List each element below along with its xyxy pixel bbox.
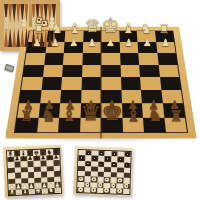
metal-clasp bbox=[4, 64, 14, 72]
backgammon-checker bbox=[5, 17, 9, 21]
point bbox=[8, 4, 12, 23]
square-h7 bbox=[156, 42, 176, 53]
point bbox=[36, 28, 40, 47]
square-h3 bbox=[161, 90, 183, 103]
point bbox=[52, 28, 56, 47]
product-photo: ♜♞♝♛♚♝♞♜♟♟♟♟♟♟♟♟♟♟♟♟♟♟♟♟♜♞♝♛♚♝♞♜ ♜♞♝♛♚♝♞… bbox=[0, 0, 200, 200]
point bbox=[16, 28, 20, 47]
square-g8 bbox=[137, 31, 156, 42]
square-e7 bbox=[101, 42, 120, 53]
square-g4 bbox=[140, 77, 161, 90]
square-e2 bbox=[101, 103, 122, 117]
point bbox=[12, 28, 16, 47]
square-h6 bbox=[157, 53, 177, 65]
square-f2 bbox=[121, 103, 142, 117]
point bbox=[4, 28, 8, 47]
square-c2 bbox=[59, 103, 80, 117]
backgammon-checker bbox=[33, 25, 37, 29]
square-e5 bbox=[101, 65, 121, 77]
mini-square bbox=[123, 188, 130, 193]
thumbnail-checkers-set bbox=[73, 146, 135, 197]
thumbnail-chess-set: ♜♞♝♛♚♝♞♜♟♟♟♟♟♟♟♟♟♟♟♟♟♟♟♟♜♞♝♛♚♝♞♜ bbox=[3, 145, 65, 199]
square-a6 bbox=[25, 53, 45, 65]
square-a4 bbox=[21, 77, 42, 90]
square-h2 bbox=[162, 103, 184, 117]
square-g6 bbox=[138, 53, 158, 65]
checker-stack bbox=[5, 17, 9, 29]
mini-chess-grid: ♜♞♝♛♚♝♞♜♟♟♟♟♟♟♟♟♟♟♟♟♟♟♟♟♜♞♝♛♚♝♞♜ bbox=[6, 148, 62, 196]
square-d2 bbox=[80, 103, 101, 117]
checker-stack bbox=[22, 19, 26, 27]
fold-seam bbox=[100, 27, 102, 139]
square-g2 bbox=[142, 103, 164, 117]
mini-square: ♜ bbox=[54, 187, 61, 193]
checker-stack bbox=[50, 17, 54, 29]
square-c8 bbox=[65, 31, 84, 42]
square-f7 bbox=[119, 42, 138, 53]
square-g1 bbox=[143, 117, 166, 132]
square-c1 bbox=[58, 117, 80, 132]
square-f6 bbox=[120, 53, 139, 65]
point bbox=[44, 28, 48, 47]
point bbox=[20, 28, 24, 47]
square-e1 bbox=[101, 117, 122, 132]
square-h8 bbox=[155, 31, 174, 42]
point bbox=[24, 28, 28, 47]
point bbox=[12, 4, 16, 23]
square-h1 bbox=[164, 117, 187, 132]
point bbox=[40, 28, 44, 47]
square-a1 bbox=[15, 117, 38, 132]
light-rook: ♜ bbox=[54, 187, 61, 193]
backgammon-checker bbox=[22, 19, 26, 23]
square-f3 bbox=[121, 90, 142, 103]
square-e6 bbox=[101, 53, 120, 65]
square-f4 bbox=[121, 77, 141, 90]
square-b1 bbox=[37, 117, 60, 132]
square-a5 bbox=[23, 65, 44, 77]
square-h5 bbox=[158, 65, 179, 77]
light-checker bbox=[117, 189, 122, 194]
square-d7 bbox=[82, 42, 101, 53]
square-c4 bbox=[61, 77, 81, 90]
mini-checkers-frame bbox=[73, 146, 133, 196]
square-c5 bbox=[62, 65, 82, 77]
square-d5 bbox=[82, 65, 102, 77]
square-b3 bbox=[40, 90, 61, 103]
square-c6 bbox=[63, 53, 82, 65]
square-e3 bbox=[101, 90, 121, 103]
point-row bbox=[32, 28, 57, 47]
square-b6 bbox=[44, 53, 64, 65]
square-f5 bbox=[120, 65, 140, 77]
square-f1 bbox=[122, 117, 144, 132]
square-g7 bbox=[137, 42, 156, 53]
square-d1 bbox=[80, 117, 101, 132]
point-row bbox=[4, 28, 29, 47]
die bbox=[40, 20, 47, 27]
square-b2 bbox=[38, 103, 60, 117]
square-a2 bbox=[17, 103, 39, 117]
backgammon-checker bbox=[50, 25, 54, 29]
backgammon-checker bbox=[50, 21, 54, 25]
mini-checkers-grid bbox=[76, 149, 132, 195]
square-e8 bbox=[101, 31, 119, 42]
mini-chess-frame: ♜♞♝♛♚♝♞♜♟♟♟♟♟♟♟♟♟♟♟♟♟♟♟♟♜♞♝♛♚♝♞♜ bbox=[3, 145, 63, 197]
square-d3 bbox=[81, 90, 101, 103]
square-e4 bbox=[101, 77, 121, 90]
backgammon-left-half bbox=[4, 4, 29, 47]
square-g5 bbox=[139, 65, 159, 77]
light-checker bbox=[104, 188, 109, 193]
square-d6 bbox=[82, 53, 101, 65]
square-h4 bbox=[160, 77, 181, 90]
square-g3 bbox=[141, 90, 162, 103]
square-f8 bbox=[119, 31, 138, 42]
light-checker bbox=[91, 188, 96, 193]
light-checker bbox=[78, 187, 83, 192]
square-d8 bbox=[83, 31, 101, 42]
point bbox=[16, 4, 20, 23]
backgammon-checker bbox=[50, 17, 54, 21]
square-a3 bbox=[19, 90, 41, 103]
backgammon-checker bbox=[5, 25, 9, 29]
square-d4 bbox=[81, 77, 101, 90]
point bbox=[8, 28, 12, 47]
square-b4 bbox=[41, 77, 62, 90]
point bbox=[48, 28, 52, 47]
backgammon-checker bbox=[5, 21, 9, 25]
point bbox=[32, 28, 36, 47]
square-c3 bbox=[60, 90, 81, 103]
square-c7 bbox=[64, 42, 83, 53]
square-b5 bbox=[43, 65, 63, 77]
backgammon-checker bbox=[22, 23, 26, 27]
backgammon-right-half bbox=[32, 4, 57, 47]
